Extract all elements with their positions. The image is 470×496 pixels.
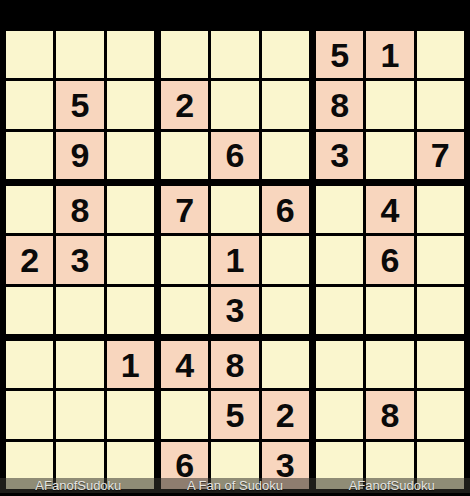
cell-r6c1[interactable] xyxy=(6,287,53,334)
cell-r3c9[interactable]: 7 xyxy=(417,132,464,179)
cell-r8c5[interactable]: 5 xyxy=(211,391,258,438)
cell-r1c7[interactable]: 5 xyxy=(316,31,363,78)
cell-r2c2[interactable]: 5 xyxy=(56,81,103,128)
sudoku-box-7: 1 xyxy=(6,341,154,489)
cell-r6c3[interactable] xyxy=(107,287,154,334)
cell-r8c3[interactable] xyxy=(107,391,154,438)
cell-r5c7[interactable] xyxy=(316,236,363,283)
cell-r4c8[interactable]: 4 xyxy=(366,186,413,233)
cell-r8c4[interactable] xyxy=(161,391,208,438)
cell-r2c9[interactable] xyxy=(417,81,464,128)
cell-r8c7[interactable] xyxy=(316,391,363,438)
cell-r3c5[interactable]: 6 xyxy=(211,132,258,179)
cell-r4c2[interactable]: 8 xyxy=(56,186,103,233)
cell-r3c6[interactable] xyxy=(262,132,309,179)
cell-r1c8[interactable]: 1 xyxy=(366,31,413,78)
cell-r6c8[interactable] xyxy=(366,287,413,334)
cell-r6c2[interactable] xyxy=(56,287,103,334)
cell-r4c7[interactable] xyxy=(316,186,363,233)
sudoku-box-4: 823 xyxy=(6,186,154,334)
cell-r6c6[interactable] xyxy=(262,287,309,334)
cell-r2c3[interactable] xyxy=(107,81,154,128)
cell-r3c4[interactable] xyxy=(161,132,208,179)
cell-r2c1[interactable] xyxy=(6,81,53,128)
cell-r5c3[interactable] xyxy=(107,236,154,283)
cell-r6c9[interactable] xyxy=(417,287,464,334)
cell-r6c5[interactable]: 3 xyxy=(211,287,258,334)
watermark-right: AFanofSudoku xyxy=(313,478,470,493)
watermark-left: AFanofSudoku xyxy=(0,478,157,493)
watermark-band: AFanofSudoku A Fan of Sudoku AFanofSudok… xyxy=(0,478,470,493)
cell-r1c1[interactable] xyxy=(6,31,53,78)
cell-r1c6[interactable] xyxy=(262,31,309,78)
cell-r2c8[interactable] xyxy=(366,81,413,128)
cell-r5c8[interactable]: 6 xyxy=(366,236,413,283)
cell-r1c3[interactable] xyxy=(107,31,154,78)
cell-r8c9[interactable] xyxy=(417,391,464,438)
cell-r3c7[interactable]: 3 xyxy=(316,132,363,179)
cell-r1c2[interactable] xyxy=(56,31,103,78)
cell-r7c5[interactable]: 8 xyxy=(211,341,258,388)
cell-r7c4[interactable]: 4 xyxy=(161,341,208,388)
cell-r7c2[interactable] xyxy=(56,341,103,388)
cell-r8c8[interactable]: 8 xyxy=(366,391,413,438)
cell-r4c9[interactable] xyxy=(417,186,464,233)
cell-r2c7[interactable]: 8 xyxy=(316,81,363,128)
sudoku-box-3: 51837 xyxy=(316,31,464,179)
cell-r4c3[interactable] xyxy=(107,186,154,233)
cell-r5c1[interactable]: 2 xyxy=(6,236,53,283)
sudoku-board: 59265183782376134614852638 xyxy=(6,31,464,489)
cell-r7c1[interactable] xyxy=(6,341,53,388)
sudoku-box-8: 485263 xyxy=(161,341,309,489)
cell-r2c4[interactable]: 2 xyxy=(161,81,208,128)
cell-r3c3[interactable] xyxy=(107,132,154,179)
cell-r7c6[interactable] xyxy=(262,341,309,388)
cell-r4c4[interactable]: 7 xyxy=(161,186,208,233)
cell-r2c5[interactable] xyxy=(211,81,258,128)
cell-r5c2[interactable]: 3 xyxy=(56,236,103,283)
cell-r3c8[interactable] xyxy=(366,132,413,179)
cell-r2c6[interactable] xyxy=(262,81,309,128)
cell-r8c2[interactable] xyxy=(56,391,103,438)
cell-r7c7[interactable] xyxy=(316,341,363,388)
cell-r4c5[interactable] xyxy=(211,186,258,233)
sudoku-box-2: 26 xyxy=(161,31,309,179)
cell-r1c4[interactable] xyxy=(161,31,208,78)
sudoku-box-9: 8 xyxy=(316,341,464,489)
cell-r3c1[interactable] xyxy=(6,132,53,179)
watermark-center: A Fan of Sudoku xyxy=(157,478,314,493)
cell-r5c6[interactable] xyxy=(262,236,309,283)
cell-r5c9[interactable] xyxy=(417,236,464,283)
cell-r6c7[interactable] xyxy=(316,287,363,334)
cell-r1c9[interactable] xyxy=(417,31,464,78)
cell-r4c6[interactable]: 6 xyxy=(262,186,309,233)
sudoku-box-6: 46 xyxy=(316,186,464,334)
cell-r5c4[interactable] xyxy=(161,236,208,283)
cell-r7c3[interactable]: 1 xyxy=(107,341,154,388)
cell-r8c1[interactable] xyxy=(6,391,53,438)
cell-r4c1[interactable] xyxy=(6,186,53,233)
cell-r5c5[interactable]: 1 xyxy=(211,236,258,283)
cell-r8c6[interactable]: 2 xyxy=(262,391,309,438)
cell-r7c8[interactable] xyxy=(366,341,413,388)
cell-r7c9[interactable] xyxy=(417,341,464,388)
cell-r6c4[interactable] xyxy=(161,287,208,334)
sudoku-box-1: 59 xyxy=(6,31,154,179)
cell-r1c5[interactable] xyxy=(211,31,258,78)
sudoku-box-5: 7613 xyxy=(161,186,309,334)
cell-r3c2[interactable]: 9 xyxy=(56,132,103,179)
sudoku-screenshot: 59265183782376134614852638 AFanofSudoku … xyxy=(0,0,470,496)
